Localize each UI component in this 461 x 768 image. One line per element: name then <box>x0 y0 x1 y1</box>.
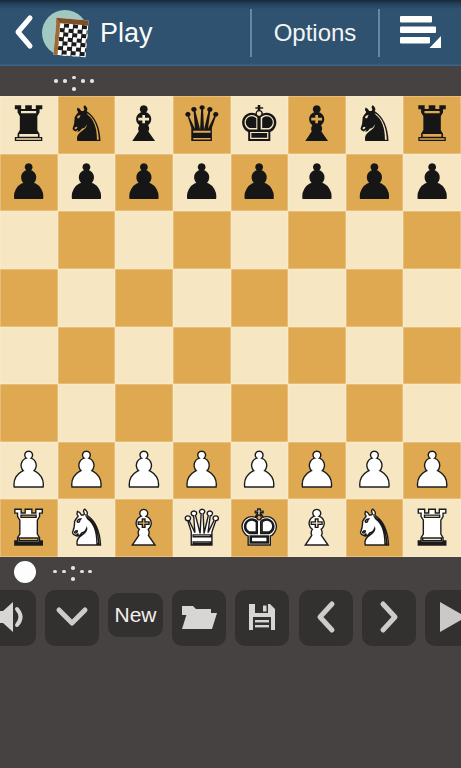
top-bar: Play Options <box>0 0 461 66</box>
back-button[interactable] <box>8 14 38 52</box>
chevron-left-icon <box>315 600 337 637</box>
square-a6[interactable] <box>0 211 58 269</box>
new-game-button[interactable]: New <box>108 593 163 637</box>
square-b8[interactable]: ♞ <box>58 96 116 154</box>
square-f7[interactable]: ♟ <box>288 154 346 212</box>
white-pawn-piece: ♟ <box>410 442 454 499</box>
square-a5[interactable] <box>0 269 58 327</box>
page-title: Play <box>100 0 153 66</box>
handle-dot <box>72 76 76 80</box>
square-d8[interactable]: ♛ <box>173 96 231 154</box>
white-pawn-piece: ♟ <box>295 442 339 499</box>
handle-dot <box>81 79 85 83</box>
white-bishop-piece: ♝ <box>122 500 166 557</box>
square-h2[interactable]: ♟ <box>403 442 461 500</box>
handle-dot <box>80 570 84 574</box>
square-b2[interactable]: ♟ <box>58 442 116 500</box>
square-b6[interactable] <box>58 211 116 269</box>
black-pawn-piece: ♟ <box>64 154 108 211</box>
square-b3[interactable] <box>58 384 116 442</box>
speaker-icon <box>0 597 29 640</box>
square-c6[interactable] <box>115 211 173 269</box>
handle-dot <box>88 570 92 574</box>
square-f6[interactable] <box>288 211 346 269</box>
black-bishop-piece: ♝ <box>295 96 339 153</box>
autoplay-button[interactable] <box>425 590 461 646</box>
turn-indicator-white-circle <box>14 561 36 583</box>
square-h6[interactable] <box>403 211 461 269</box>
square-g1[interactable]: ♞ <box>346 499 404 557</box>
divider <box>378 9 380 57</box>
square-h5[interactable] <box>403 269 461 327</box>
menu-list-icon <box>400 38 444 53</box>
white-knight-piece: ♞ <box>353 500 397 557</box>
white-king-piece: ♚ <box>237 500 281 557</box>
square-a8[interactable]: ♜ <box>0 96 58 154</box>
white-pawn-piece: ♟ <box>122 442 166 499</box>
square-c8[interactable]: ♝ <box>115 96 173 154</box>
black-queen-piece: ♛ <box>180 96 224 153</box>
white-rook-piece: ♜ <box>410 500 454 557</box>
square-f4[interactable] <box>288 327 346 385</box>
mini-chessboard <box>53 18 88 58</box>
square-a4[interactable] <box>0 327 58 385</box>
square-g4[interactable] <box>346 327 404 385</box>
chessboard-app-icon <box>42 10 88 56</box>
square-h4[interactable] <box>403 327 461 385</box>
white-queen-piece: ♛ <box>180 500 224 557</box>
square-d5[interactable] <box>173 269 231 327</box>
square-e8[interactable]: ♚ <box>231 96 289 154</box>
options-button[interactable]: Options <box>252 0 378 66</box>
back-chevron-icon <box>11 38 35 53</box>
sound-button[interactable] <box>0 590 36 646</box>
chevron-right-icon <box>378 600 400 637</box>
square-c5[interactable] <box>115 269 173 327</box>
square-c1[interactable]: ♝ <box>115 499 173 557</box>
black-bishop-piece: ♝ <box>122 96 166 153</box>
square-f2[interactable]: ♟ <box>288 442 346 500</box>
white-bishop-piece: ♝ <box>295 500 339 557</box>
black-pawn-piece: ♟ <box>7 154 51 211</box>
square-a1[interactable]: ♜ <box>0 499 58 557</box>
play-icon <box>436 600 461 637</box>
square-a3[interactable] <box>0 384 58 442</box>
white-pawn-piece: ♟ <box>237 442 281 499</box>
square-c2[interactable]: ♟ <box>115 442 173 500</box>
white-pawn-piece: ♟ <box>353 442 397 499</box>
square-g8[interactable]: ♞ <box>346 96 404 154</box>
square-f8[interactable]: ♝ <box>288 96 346 154</box>
handle-dot <box>72 87 76 91</box>
new-game-label: New <box>114 603 156 627</box>
handle-dot <box>71 566 75 570</box>
square-f5[interactable] <box>288 269 346 327</box>
square-b1[interactable]: ♞ <box>58 499 116 557</box>
square-g7[interactable]: ♟ <box>346 154 404 212</box>
square-d3[interactable] <box>173 384 231 442</box>
square-b7[interactable]: ♟ <box>58 154 116 212</box>
square-g5[interactable] <box>346 269 404 327</box>
handle-dot <box>63 79 67 83</box>
square-e3[interactable] <box>231 384 289 442</box>
white-pawn-piece: ♟ <box>64 442 108 499</box>
bottom-panel: New <box>0 557 461 768</box>
handle-dot <box>54 79 58 83</box>
square-a2[interactable]: ♟ <box>0 442 58 500</box>
white-pawn-piece: ♟ <box>7 442 51 499</box>
black-pawn-piece: ♟ <box>180 154 224 211</box>
chess-board: ♜♞♝♛♚♝♞♜♟♟♟♟♟♟♟♟♟♟♟♟♟♟♟♟♜♞♝♛♚♝♞♜ <box>0 96 461 557</box>
chevron-down-icon <box>55 606 89 631</box>
square-e6[interactable] <box>231 211 289 269</box>
next-move-button[interactable] <box>362 590 416 646</box>
black-pawn-piece: ♟ <box>122 154 166 211</box>
black-pawn-piece: ♟ <box>295 154 339 211</box>
square-h3[interactable] <box>403 384 461 442</box>
square-e5[interactable] <box>231 269 289 327</box>
black-knight-piece: ♞ <box>64 96 108 153</box>
menu-button[interactable] <box>396 14 448 54</box>
handle-dot <box>62 570 66 574</box>
square-e4[interactable] <box>231 327 289 385</box>
square-c4[interactable] <box>115 327 173 385</box>
black-pawn-piece: ♟ <box>410 154 454 211</box>
square-f3[interactable] <box>288 384 346 442</box>
white-pawn-piece: ♟ <box>180 442 224 499</box>
square-h7[interactable]: ♟ <box>403 154 461 212</box>
white-rook-piece: ♜ <box>7 500 51 557</box>
app-screen: Play Options ♜♞♝♛♚♝♞♜♟♟♟♟♟♟♟♟♟♟♟♟♟♟♟♟♜♞♝… <box>0 0 461 768</box>
square-e7[interactable]: ♟ <box>231 154 289 212</box>
floppy-disk-icon <box>246 601 278 636</box>
open-game-button[interactable] <box>172 590 226 646</box>
save-game-button[interactable] <box>235 590 289 646</box>
collapse-toolbar-button[interactable] <box>45 590 99 646</box>
black-pawn-piece: ♟ <box>353 154 397 211</box>
square-e1[interactable]: ♚ <box>231 499 289 557</box>
square-d7[interactable]: ♟ <box>173 154 231 212</box>
black-rook-piece: ♜ <box>410 96 454 153</box>
black-knight-piece: ♞ <box>353 96 397 153</box>
black-rook-piece: ♜ <box>7 96 51 153</box>
move-list-handle[interactable] <box>0 66 461 96</box>
square-g3[interactable] <box>346 384 404 442</box>
square-d6[interactable] <box>173 211 231 269</box>
prev-move-button[interactable] <box>299 590 353 646</box>
open-folder-icon <box>180 602 218 635</box>
square-b5[interactable] <box>58 269 116 327</box>
square-h8[interactable]: ♜ <box>403 96 461 154</box>
square-c7[interactable]: ♟ <box>115 154 173 212</box>
handle-dot <box>53 570 57 574</box>
square-d1[interactable]: ♛ <box>173 499 231 557</box>
square-b4[interactable] <box>58 327 116 385</box>
square-d2[interactable]: ♟ <box>173 442 231 500</box>
square-a7[interactable]: ♟ <box>0 154 58 212</box>
square-d4[interactable] <box>173 327 231 385</box>
square-g2[interactable]: ♟ <box>346 442 404 500</box>
square-c3[interactable] <box>115 384 173 442</box>
square-f1[interactable]: ♝ <box>288 499 346 557</box>
handle-dot <box>90 79 94 83</box>
square-e2[interactable]: ♟ <box>231 442 289 500</box>
black-pawn-piece: ♟ <box>237 154 281 211</box>
square-h1[interactable]: ♜ <box>403 499 461 557</box>
square-g6[interactable] <box>346 211 404 269</box>
handle-dot <box>71 577 75 581</box>
white-knight-piece: ♞ <box>64 500 108 557</box>
black-king-piece: ♚ <box>237 96 281 153</box>
